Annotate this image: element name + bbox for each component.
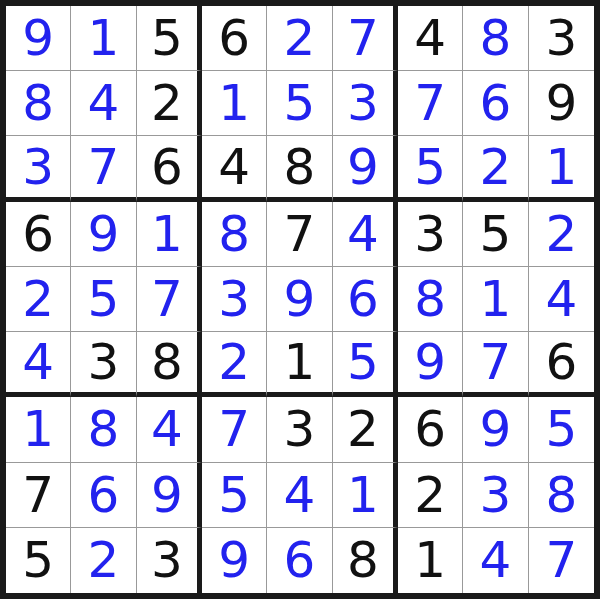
cell-r3c9-solved[interactable]: 1 xyxy=(529,136,594,201)
cell-r1c4-given[interactable]: 6 xyxy=(202,6,267,71)
cell-r5c6-solved[interactable]: 6 xyxy=(333,267,398,332)
cell-r7c8-solved[interactable]: 9 xyxy=(463,397,528,462)
cell-r7c5-given[interactable]: 3 xyxy=(267,397,332,462)
cell-r4c5-given[interactable]: 7 xyxy=(267,202,332,267)
cell-r8c9-solved[interactable]: 8 xyxy=(529,463,594,528)
cell-r3c3-given[interactable]: 6 xyxy=(137,136,202,201)
cell-r4c2-solved[interactable]: 9 xyxy=(71,202,136,267)
cell-r5c9-solved[interactable]: 4 xyxy=(529,267,594,332)
cell-r2c5-solved[interactable]: 5 xyxy=(267,71,332,136)
cell-r3c2-solved[interactable]: 7 xyxy=(71,136,136,201)
sudoku-board: 9156274838421537693764895216918743522573… xyxy=(0,0,600,599)
cell-r5c7-solved[interactable]: 8 xyxy=(398,267,463,332)
cell-r9c7-given[interactable]: 1 xyxy=(398,528,463,593)
cell-r7c7-given[interactable]: 6 xyxy=(398,397,463,462)
cell-r9c2-solved[interactable]: 2 xyxy=(71,528,136,593)
cell-r5c1-solved[interactable]: 2 xyxy=(6,267,71,332)
cell-r4c1-given[interactable]: 6 xyxy=(6,202,71,267)
cell-r8c8-solved[interactable]: 3 xyxy=(463,463,528,528)
cell-r9c8-solved[interactable]: 4 xyxy=(463,528,528,593)
cell-r7c3-solved[interactable]: 4 xyxy=(137,397,202,462)
cell-r6c3-given[interactable]: 8 xyxy=(137,332,202,397)
cell-r3c4-given[interactable]: 4 xyxy=(202,136,267,201)
cell-r2c8-solved[interactable]: 6 xyxy=(463,71,528,136)
cell-r5c3-solved[interactable]: 7 xyxy=(137,267,202,332)
cell-r8c4-solved[interactable]: 5 xyxy=(202,463,267,528)
cell-r1c6-solved[interactable]: 7 xyxy=(333,6,398,71)
cell-r5c5-solved[interactable]: 9 xyxy=(267,267,332,332)
cell-r6c5-given[interactable]: 1 xyxy=(267,332,332,397)
cell-r4c7-given[interactable]: 3 xyxy=(398,202,463,267)
cell-r4c6-solved[interactable]: 4 xyxy=(333,202,398,267)
cell-r1c1-solved[interactable]: 9 xyxy=(6,6,71,71)
cell-r2c7-solved[interactable]: 7 xyxy=(398,71,463,136)
cell-r7c1-solved[interactable]: 1 xyxy=(6,397,71,462)
cell-r5c4-solved[interactable]: 3 xyxy=(202,267,267,332)
cell-r2c4-solved[interactable]: 1 xyxy=(202,71,267,136)
cell-r1c7-given[interactable]: 4 xyxy=(398,6,463,71)
cell-r7c6-given[interactable]: 2 xyxy=(333,397,398,462)
cell-r2c3-given[interactable]: 2 xyxy=(137,71,202,136)
cell-r8c6-solved[interactable]: 1 xyxy=(333,463,398,528)
cell-r3c7-solved[interactable]: 5 xyxy=(398,136,463,201)
cell-r8c2-solved[interactable]: 6 xyxy=(71,463,136,528)
cell-r4c4-solved[interactable]: 8 xyxy=(202,202,267,267)
cell-r1c5-solved[interactable]: 2 xyxy=(267,6,332,71)
cell-r2c9-given[interactable]: 9 xyxy=(529,71,594,136)
cell-r9c4-solved[interactable]: 9 xyxy=(202,528,267,593)
cell-r1c8-solved[interactable]: 8 xyxy=(463,6,528,71)
cell-r4c9-solved[interactable]: 2 xyxy=(529,202,594,267)
cell-r8c7-given[interactable]: 2 xyxy=(398,463,463,528)
cell-r9c5-solved[interactable]: 6 xyxy=(267,528,332,593)
cell-r7c2-solved[interactable]: 8 xyxy=(71,397,136,462)
cell-r8c5-solved[interactable]: 4 xyxy=(267,463,332,528)
cell-r6c1-solved[interactable]: 4 xyxy=(6,332,71,397)
cell-r3c8-solved[interactable]: 2 xyxy=(463,136,528,201)
cell-r2c1-solved[interactable]: 8 xyxy=(6,71,71,136)
cell-r2c6-solved[interactable]: 3 xyxy=(333,71,398,136)
cell-r8c3-solved[interactable]: 9 xyxy=(137,463,202,528)
cell-r6c9-given[interactable]: 6 xyxy=(529,332,594,397)
cell-r5c8-solved[interactable]: 1 xyxy=(463,267,528,332)
cell-r4c8-given[interactable]: 5 xyxy=(463,202,528,267)
cell-r3c6-solved[interactable]: 9 xyxy=(333,136,398,201)
cell-r4c3-solved[interactable]: 1 xyxy=(137,202,202,267)
cell-r9c6-given[interactable]: 8 xyxy=(333,528,398,593)
cell-r6c2-given[interactable]: 3 xyxy=(71,332,136,397)
cell-r6c4-solved[interactable]: 2 xyxy=(202,332,267,397)
cell-r8c1-given[interactable]: 7 xyxy=(6,463,71,528)
cell-r6c8-solved[interactable]: 7 xyxy=(463,332,528,397)
cell-r3c1-solved[interactable]: 3 xyxy=(6,136,71,201)
cell-r7c9-solved[interactable]: 5 xyxy=(529,397,594,462)
cell-r9c1-given[interactable]: 5 xyxy=(6,528,71,593)
cell-r1c3-given[interactable]: 5 xyxy=(137,6,202,71)
cell-r6c7-solved[interactable]: 9 xyxy=(398,332,463,397)
cell-r9c9-solved[interactable]: 7 xyxy=(529,528,594,593)
cell-r5c2-solved[interactable]: 5 xyxy=(71,267,136,332)
cell-r1c9-given[interactable]: 3 xyxy=(529,6,594,71)
cell-r2c2-solved[interactable]: 4 xyxy=(71,71,136,136)
cell-r6c6-solved[interactable]: 5 xyxy=(333,332,398,397)
cell-r9c3-given[interactable]: 3 xyxy=(137,528,202,593)
cell-r7c4-solved[interactable]: 7 xyxy=(202,397,267,462)
cell-r3c5-given[interactable]: 8 xyxy=(267,136,332,201)
cell-r1c2-solved[interactable]: 1 xyxy=(71,6,136,71)
